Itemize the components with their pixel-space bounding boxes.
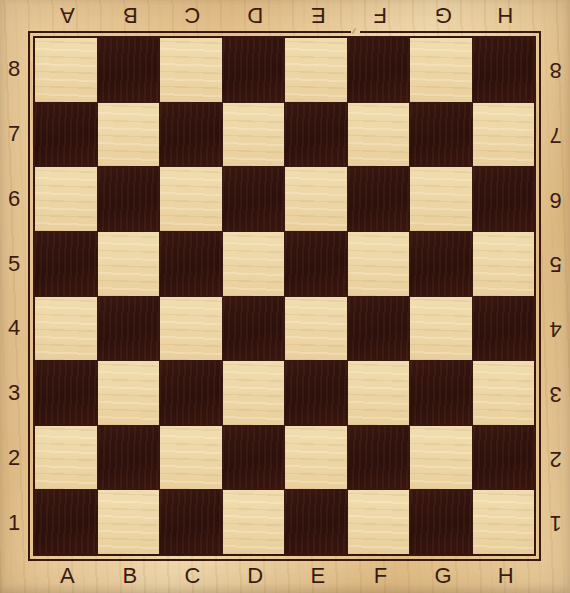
square-b6: [98, 167, 160, 231]
square-e2: [285, 426, 347, 490]
square-g5: [410, 232, 472, 296]
file-label-top-h: H: [474, 0, 537, 30]
square-f8: [348, 38, 410, 102]
square-d3: [223, 361, 285, 425]
square-d2: [223, 426, 285, 490]
board-frame-inner-line: [33, 36, 536, 556]
square-c2: [160, 426, 222, 490]
square-c7: [160, 103, 222, 167]
file-labels-bottom: ABCDEFGH: [36, 560, 537, 592]
square-e6: [285, 167, 347, 231]
rank-label-right-1: 1: [541, 490, 570, 555]
square-d5: [223, 232, 285, 296]
square-h1: [473, 490, 535, 554]
file-label-top-c: C: [161, 0, 224, 30]
file-label-bottom-d: D: [224, 560, 287, 592]
square-c8: [160, 38, 222, 102]
square-d1: [223, 490, 285, 554]
square-a4: [35, 297, 97, 361]
square-a3: [35, 361, 97, 425]
file-label-top-f: F: [349, 0, 412, 30]
square-f6: [348, 167, 410, 231]
square-b5: [98, 232, 160, 296]
rank-label-right-2: 2: [541, 426, 570, 491]
square-f3: [348, 361, 410, 425]
square-e3: [285, 361, 347, 425]
square-g2: [410, 426, 472, 490]
file-label-bottom-g: G: [412, 560, 475, 592]
file-label-bottom-b: B: [99, 560, 162, 592]
file-label-top-d: D: [224, 0, 287, 30]
square-g1: [410, 490, 472, 554]
rank-label-left-1: 1: [0, 490, 28, 555]
square-c3: [160, 361, 222, 425]
square-f4: [348, 297, 410, 361]
square-f7: [348, 103, 410, 167]
square-b4: [98, 297, 160, 361]
rank-label-right-6: 6: [541, 167, 570, 232]
square-c4: [160, 297, 222, 361]
square-d7: [223, 103, 285, 167]
rank-labels-left: 87654321: [0, 37, 28, 555]
rank-label-right-5: 5: [541, 231, 570, 296]
square-a7: [35, 103, 97, 167]
rank-label-left-2: 2: [0, 426, 28, 491]
square-b1: [98, 490, 160, 554]
board-frame: [28, 31, 541, 561]
chessboard-photo: ABCDEFGH ABCDEFGH 87654321 87654321: [0, 0, 570, 593]
rank-label-left-8: 8: [0, 37, 28, 102]
square-c1: [160, 490, 222, 554]
square-a1: [35, 490, 97, 554]
square-h2: [473, 426, 535, 490]
file-label-top-g: G: [412, 0, 475, 30]
square-a8: [35, 38, 97, 102]
square-b2: [98, 426, 160, 490]
square-f1: [348, 490, 410, 554]
square-e1: [285, 490, 347, 554]
square-d4: [223, 297, 285, 361]
square-c6: [160, 167, 222, 231]
rank-label-left-6: 6: [0, 167, 28, 232]
square-g8: [410, 38, 472, 102]
square-h3: [473, 361, 535, 425]
rank-label-left-7: 7: [0, 102, 28, 167]
rank-label-right-3: 3: [541, 361, 570, 426]
board-grid: [34, 37, 535, 555]
file-label-bottom-e: E: [287, 560, 350, 592]
square-h6: [473, 167, 535, 231]
file-label-top-a: A: [36, 0, 99, 30]
square-a2: [35, 426, 97, 490]
square-b3: [98, 361, 160, 425]
square-b8: [98, 38, 160, 102]
square-b7: [98, 103, 160, 167]
file-labels-top: ABCDEFGH: [36, 0, 537, 30]
square-e5: [285, 232, 347, 296]
rank-label-left-4: 4: [0, 296, 28, 361]
square-c5: [160, 232, 222, 296]
file-label-top-b: B: [99, 0, 162, 30]
square-h4: [473, 297, 535, 361]
rank-label-left-3: 3: [0, 361, 28, 426]
square-g6: [410, 167, 472, 231]
rank-labels-right: 87654321: [541, 37, 570, 555]
square-g4: [410, 297, 472, 361]
square-h5: [473, 232, 535, 296]
square-e4: [285, 297, 347, 361]
square-e8: [285, 38, 347, 102]
rank-label-right-7: 7: [541, 102, 570, 167]
square-a5: [35, 232, 97, 296]
file-label-bottom-f: F: [349, 560, 412, 592]
square-h7: [473, 103, 535, 167]
square-g7: [410, 103, 472, 167]
square-e7: [285, 103, 347, 167]
square-a6: [35, 167, 97, 231]
square-d8: [223, 38, 285, 102]
file-label-bottom-h: H: [474, 560, 537, 592]
rank-label-right-4: 4: [541, 296, 570, 361]
rank-label-right-8: 8: [541, 37, 570, 102]
rank-label-left-5: 5: [0, 231, 28, 296]
square-f2: [348, 426, 410, 490]
file-label-bottom-c: C: [161, 560, 224, 592]
file-label-top-e: E: [287, 0, 350, 30]
frame-notch: [351, 29, 360, 35]
square-h8: [473, 38, 535, 102]
square-g3: [410, 361, 472, 425]
file-label-bottom-a: A: [36, 560, 99, 592]
square-f5: [348, 232, 410, 296]
square-d6: [223, 167, 285, 231]
